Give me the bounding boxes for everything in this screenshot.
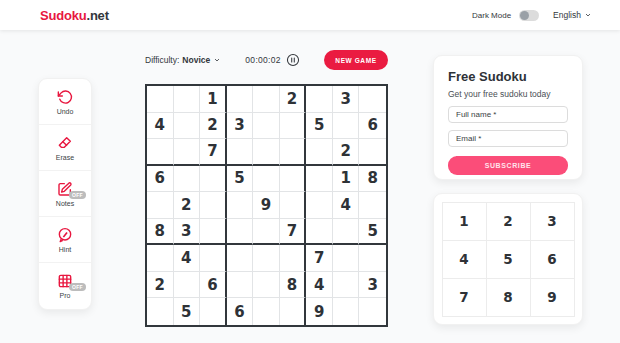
cell-r6c5[interactable] — [253, 219, 280, 246]
full-name-field[interactable] — [448, 106, 568, 123]
cell-r8c3[interactable]: 6 — [200, 272, 227, 299]
header-controls: Dark Mode English — [472, 10, 592, 21]
cell-r4c9[interactable]: 8 — [359, 166, 386, 193]
subscribe-card: Free Sudoku Get your free sudoku today S… — [433, 55, 583, 180]
pro-off-badge: OFF — [69, 283, 86, 291]
cell-r9c9[interactable] — [359, 298, 386, 325]
hint-button[interactable]: Hint — [39, 217, 91, 263]
cell-r8c4[interactable] — [227, 272, 254, 299]
cell-r2c6[interactable] — [280, 113, 307, 140]
cell-r9c7[interactable]: 9 — [306, 298, 333, 325]
cell-r1c7[interactable] — [306, 86, 333, 113]
cell-r9c2[interactable]: 5 — [174, 298, 201, 325]
cell-r8c2[interactable] — [174, 272, 201, 299]
chevron-down-icon — [584, 11, 592, 19]
header: Sudoku.net Dark Mode English — [0, 0, 620, 30]
cell-r9c3[interactable] — [200, 298, 227, 325]
cell-r8c6[interactable]: 8 — [280, 272, 307, 299]
tool-label: Hint — [59, 246, 71, 253]
cell-r9c1[interactable] — [147, 298, 174, 325]
cell-r7c8[interactable] — [333, 245, 360, 272]
difficulty-value: Novice — [182, 55, 210, 65]
cell-r4c7[interactable] — [306, 166, 333, 193]
numpad-grid: 123456789 — [442, 202, 574, 316]
toggle-knob — [520, 11, 529, 20]
chevron-down-icon — [213, 56, 221, 64]
undo-button[interactable]: Undo — [39, 79, 91, 125]
notes-button[interactable]: OFF Notes — [39, 171, 91, 217]
logo-suffix: .net — [86, 8, 108, 23]
pause-button[interactable] — [286, 53, 300, 67]
timer-value: 00:00:02 — [245, 55, 281, 65]
cell-r3c8[interactable]: 2 — [333, 139, 360, 166]
cell-r7c1[interactable] — [147, 245, 174, 272]
cell-r7c9[interactable] — [359, 245, 386, 272]
subscribe-title: Free Sudoku — [448, 69, 568, 84]
cell-r5c3[interactable] — [200, 192, 227, 219]
cell-r3c3[interactable]: 7 — [200, 139, 227, 166]
new-game-button[interactable]: NEW GAME — [324, 50, 388, 70]
cell-r4c6[interactable] — [280, 166, 307, 193]
cell-r5c5[interactable]: 9 — [253, 192, 280, 219]
cell-r6c4[interactable] — [227, 219, 254, 246]
cell-r7c5[interactable] — [253, 245, 280, 272]
pro-button[interactable]: OFF Pro — [39, 263, 91, 309]
cell-r6c1[interactable]: 8 — [147, 219, 174, 246]
cell-r9c5[interactable] — [253, 298, 280, 325]
cell-r6c9[interactable]: 5 — [359, 219, 386, 246]
cell-r4c4[interactable]: 5 — [227, 166, 254, 193]
cell-r2c9[interactable]: 6 — [359, 113, 386, 140]
language-label: English — [553, 10, 581, 20]
cell-r7c2[interactable]: 4 — [174, 245, 201, 272]
cell-r9c8[interactable] — [333, 298, 360, 325]
cell-r6c2[interactable]: 3 — [174, 219, 201, 246]
cell-r8c8[interactable] — [333, 272, 360, 299]
cell-r9c4[interactable]: 6 — [227, 298, 254, 325]
numpad-key-8[interactable]: 8 — [486, 278, 531, 317]
cell-r7c3[interactable] — [200, 245, 227, 272]
cell-r6c7[interactable] — [306, 219, 333, 246]
subscribe-subtitle: Get your free sudoku today — [448, 89, 568, 99]
email-field[interactable] — [448, 130, 568, 147]
cell-r1c5[interactable] — [253, 86, 280, 113]
tool-label: Pro — [60, 292, 71, 299]
cell-r3c2[interactable] — [174, 139, 201, 166]
tool-label: Notes — [56, 200, 74, 207]
cell-r2c3[interactable]: 2 — [200, 113, 227, 140]
cell-r5c6[interactable] — [280, 192, 307, 219]
cell-r1c8[interactable]: 3 — [333, 86, 360, 113]
cell-r8c1[interactable]: 2 — [147, 272, 174, 299]
cell-r5c2[interactable]: 2 — [174, 192, 201, 219]
subscribe-button[interactable]: SUBSCRIBE — [448, 156, 568, 175]
eraser-icon — [57, 135, 73, 151]
cell-r8c5[interactable] — [253, 272, 280, 299]
cell-r6c8[interactable] — [333, 219, 360, 246]
cell-r3c9[interactable] — [359, 139, 386, 166]
cell-r5c4[interactable] — [227, 192, 254, 219]
cell-r5c1[interactable] — [147, 192, 174, 219]
numpad-key-1[interactable]: 1 — [442, 202, 487, 241]
numpad-key-7[interactable]: 7 — [442, 278, 487, 317]
timer-group: 00:00:02 — [245, 53, 300, 67]
cell-r3c5[interactable] — [253, 139, 280, 166]
cell-r1c9[interactable] — [359, 86, 386, 113]
tool-label: Undo — [57, 108, 74, 115]
cell-r1c2[interactable] — [174, 86, 201, 113]
cell-r3c4[interactable] — [227, 139, 254, 166]
cell-r2c8[interactable] — [333, 113, 360, 140]
cell-r1c3[interactable]: 1 — [200, 86, 227, 113]
notes-off-badge: OFF — [69, 191, 86, 199]
cell-r8c7[interactable]: 4 — [306, 272, 333, 299]
cell-r7c6[interactable] — [280, 245, 307, 272]
cell-r4c5[interactable] — [253, 166, 280, 193]
cell-r5c7[interactable] — [306, 192, 333, 219]
numpad-card: 123456789 — [433, 193, 583, 325]
tool-label: Erase — [56, 154, 74, 161]
game-toolbar: Difficulty: Novice 00:00:02 NEW GAME — [145, 49, 388, 71]
site-logo[interactable]: Sudoku.net — [40, 8, 109, 23]
cell-r1c6[interactable]: 2 — [280, 86, 307, 113]
dark-mode-label: Dark Mode — [472, 11, 511, 20]
numpad-key-5[interactable]: 5 — [486, 240, 531, 279]
cell-r3c7[interactable] — [306, 139, 333, 166]
cell-r7c7[interactable]: 7 — [306, 245, 333, 272]
cell-r1c4[interactable] — [227, 86, 254, 113]
cell-r4c1[interactable]: 6 — [147, 166, 174, 193]
cell-r2c5[interactable] — [253, 113, 280, 140]
sudoku-board: 1234235672651829483754726843569 — [145, 84, 388, 327]
cell-r2c1[interactable]: 4 — [147, 113, 174, 140]
dark-mode-toggle[interactable] — [519, 10, 539, 21]
hint-icon — [57, 227, 73, 243]
difficulty-label: Difficulty: — [145, 55, 179, 65]
numpad-key-3[interactable]: 3 — [530, 202, 575, 241]
cell-r3c6[interactable] — [280, 139, 307, 166]
cell-r9c6[interactable] — [280, 298, 307, 325]
cell-r4c3[interactable] — [200, 166, 227, 193]
undo-icon — [57, 89, 73, 105]
difficulty-dropdown[interactable]: Difficulty: Novice — [145, 55, 221, 65]
cell-r7c4[interactable] — [227, 245, 254, 272]
cell-r1c1[interactable] — [147, 86, 174, 113]
numpad-key-4[interactable]: 4 — [442, 240, 487, 279]
cell-r4c2[interactable] — [174, 166, 201, 193]
cell-r2c2[interactable] — [174, 113, 201, 140]
tool-sidebar: Undo Erase OFF Notes Hint OFF — [38, 78, 92, 310]
cell-r5c8[interactable]: 4 — [333, 192, 360, 219]
language-dropdown[interactable]: English — [553, 10, 592, 20]
cell-r2c7[interactable]: 5 — [306, 113, 333, 140]
erase-button[interactable]: Erase — [39, 125, 91, 171]
logo-primary: Sudoku — [40, 8, 86, 23]
numpad-key-9[interactable]: 9 — [530, 278, 575, 317]
numpad-key-2[interactable]: 2 — [486, 202, 531, 241]
cell-r3c1[interactable] — [147, 139, 174, 166]
cell-r8c9[interactable]: 3 — [359, 272, 386, 299]
cell-r6c6[interactable]: 7 — [280, 219, 307, 246]
cell-r2c4[interactable]: 3 — [227, 113, 254, 140]
cell-r5c9[interactable] — [359, 192, 386, 219]
cell-r6c3[interactable] — [200, 219, 227, 246]
numpad-key-6[interactable]: 6 — [530, 240, 575, 279]
cell-r4c8[interactable]: 1 — [333, 166, 360, 193]
pause-icon — [286, 53, 300, 67]
